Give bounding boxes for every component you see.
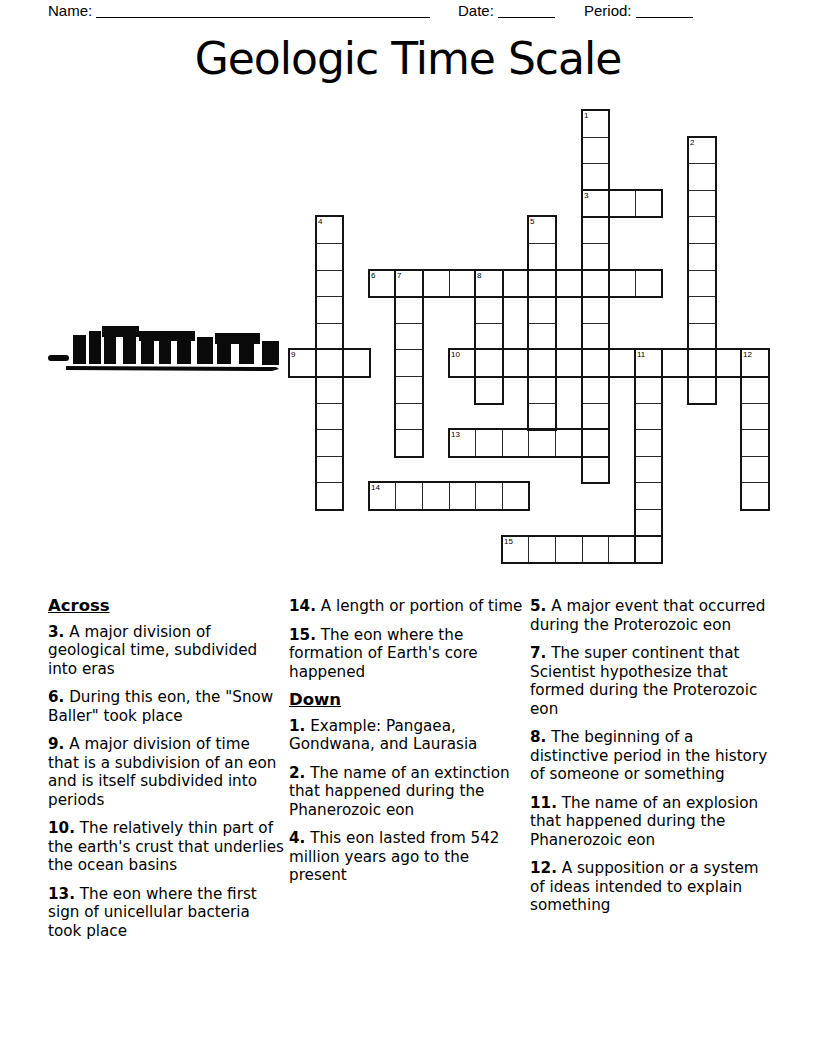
grid-cell[interactable] [582, 536, 609, 563]
grid-cell[interactable] [635, 456, 662, 483]
grid-cell[interactable] [582, 296, 609, 324]
grid-cell[interactable] [316, 349, 343, 377]
clue-across-6: 6. During this eon, the "Snow Baller" to… [48, 688, 285, 725]
grid-cell[interactable] [316, 376, 343, 404]
grid-cell[interactable] [741, 403, 769, 430]
grid-cell[interactable] [502, 349, 529, 377]
grid-cell[interactable] [555, 429, 583, 457]
grid-cell[interactable] [582, 456, 609, 483]
grid-cell[interactable] [475, 296, 503, 324]
grid-cell[interactable] [395, 270, 423, 297]
grid-cell[interactable] [316, 323, 343, 350]
grid-cell[interactable] [582, 216, 609, 244]
name-label: Name: [48, 2, 92, 19]
grid-cell[interactable] [316, 296, 343, 324]
clue-down-11: 11. The name of an explosion that happen… [530, 794, 773, 850]
period-blank[interactable] [636, 3, 693, 18]
clue-down-5: 5. A major event that occurred during th… [530, 597, 773, 634]
grid-cell[interactable] [688, 137, 716, 164]
grid-cell[interactable] [582, 190, 609, 217]
grid-cell[interactable] [715, 349, 742, 377]
grid-cell[interactable] [688, 270, 716, 297]
period-field: Period: [584, 2, 693, 19]
period-label: Period: [584, 2, 632, 19]
page-title: Geologic Time Scale [0, 33, 816, 84]
grid-cell[interactable] [528, 376, 556, 404]
clue-across-3: 3. A major division of geological time, … [48, 623, 285, 679]
grid-cell[interactable] [555, 270, 583, 297]
clue-down-12: 12. A supposition or a system of ideas i… [530, 859, 773, 915]
grid-cell[interactable] [289, 349, 317, 377]
grid-cell[interactable] [528, 323, 556, 350]
grid-cell[interactable] [395, 296, 423, 324]
grid-cell[interactable] [582, 376, 609, 404]
grid-cell[interactable] [528, 296, 556, 324]
grid-cell[interactable] [661, 349, 689, 377]
grid-cell[interactable] [369, 270, 396, 297]
grid-cell[interactable] [688, 376, 716, 404]
grid-cell[interactable] [475, 429, 503, 457]
grid-cell[interactable] [316, 243, 343, 271]
worksheet-page: { "game": "crossword", "title": "Geologi… [0, 0, 816, 1056]
grid-cell[interactable] [395, 376, 423, 404]
across-heading: Across [48, 597, 285, 616]
grid-cell[interactable] [741, 482, 769, 510]
clue-down-7: 7. The super continent that Scientist hy… [530, 644, 773, 718]
grid-cell[interactable] [316, 216, 343, 244]
grid-cell[interactable] [475, 270, 503, 297]
crossword-grid: 123456789101112131415 [289, 110, 770, 565]
grid-cell[interactable] [608, 190, 636, 217]
grid-cell[interactable] [422, 482, 450, 510]
grid-cell[interactable] [608, 349, 636, 377]
grid-cell[interactable] [688, 296, 716, 324]
clue-down-4: 4. This eon lasted from 542 million year… [289, 829, 523, 885]
grid-cell[interactable] [528, 429, 556, 457]
grid-cell[interactable] [316, 403, 343, 430]
grid-cell[interactable] [316, 429, 343, 457]
grid-cell[interactable] [342, 349, 370, 377]
grid-cell[interactable] [688, 216, 716, 244]
grid-cell[interactable] [475, 349, 503, 377]
grid-cell[interactable] [635, 376, 662, 404]
grid-cell[interactable] [528, 270, 556, 297]
grid-cell[interactable] [635, 349, 662, 377]
grid-cell[interactable] [528, 403, 556, 430]
grid-cell[interactable] [475, 376, 503, 404]
grid-cell[interactable] [688, 323, 716, 350]
grid-cell[interactable] [635, 403, 662, 430]
grid-cell[interactable] [528, 243, 556, 271]
grid-cell[interactable] [395, 403, 423, 430]
clue-column-left: Across3. A major division of geological … [48, 597, 285, 950]
grid-cell[interactable] [449, 349, 476, 377]
grid-cell[interactable] [555, 536, 583, 563]
grid-cell[interactable] [688, 349, 716, 377]
grid-cell[interactable] [608, 270, 636, 297]
grid-cell[interactable] [582, 323, 609, 350]
clue-across-10: 10. The relatively thin part of the eart… [48, 819, 285, 875]
grid-cell[interactable] [741, 456, 769, 483]
grid-cell[interactable] [582, 429, 609, 457]
grid-cell[interactable] [582, 403, 609, 430]
name-blank[interactable] [96, 3, 430, 18]
grid-cell[interactable] [635, 536, 662, 563]
grid-cell[interactable] [475, 323, 503, 350]
grid-cell[interactable] [608, 536, 636, 563]
grid-cell[interactable] [395, 323, 423, 350]
grid-cell[interactable] [449, 482, 476, 510]
grid-cell[interactable] [741, 376, 769, 404]
grid-cell[interactable] [688, 190, 716, 217]
name-field: Name: [48, 2, 430, 19]
grid-cell[interactable] [582, 110, 609, 138]
grid-cell[interactable] [395, 349, 423, 377]
date-blank[interactable] [498, 3, 555, 18]
grid-cell[interactable] [395, 482, 423, 510]
stonehenge-image [48, 324, 281, 372]
clue-across-14: 14. A length or portion of time [289, 597, 523, 616]
grid-cell[interactable] [502, 482, 529, 510]
grid-cell[interactable] [582, 137, 609, 164]
grid-cell[interactable] [688, 243, 716, 271]
clue-across-13: 13. The eon where the first sign of unic… [48, 885, 285, 941]
grid-cell[interactable] [688, 163, 716, 191]
date-field: Date: [458, 2, 555, 19]
clue-column-middle: 14. A length or portion of time15. The e… [289, 597, 523, 895]
clue-across-15: 15. The eon where the formation of Earth… [289, 626, 523, 682]
clue-down-2: 2. The name of an extinction that happen… [289, 764, 523, 820]
grid-cell[interactable] [502, 536, 529, 563]
grid-cell[interactable] [635, 509, 662, 537]
grid-cell[interactable] [528, 216, 556, 244]
clue-across-9: 9. A major division of time that is a su… [48, 735, 285, 809]
clue-down-8: 8. The beginning of a distinctive period… [530, 728, 773, 784]
grid-cell[interactable] [475, 482, 503, 510]
grid-cell[interactable] [635, 270, 662, 297]
grid-cell[interactable] [582, 270, 609, 297]
grid-cell[interactable] [502, 429, 529, 457]
grid-cell[interactable] [582, 243, 609, 271]
grid-cell[interactable] [422, 270, 450, 297]
clue-column-right: 5. A major event that occurred during th… [530, 597, 773, 925]
grid-cell[interactable] [395, 429, 423, 457]
grid-cell[interactable] [635, 482, 662, 510]
grid-cell[interactable] [528, 349, 556, 377]
grid-cell[interactable] [449, 429, 476, 457]
grid-cell[interactable] [502, 270, 529, 297]
grid-cell[interactable] [449, 270, 476, 297]
clue-down-1: 1. Example: Pangaea, Gondwana, and Laura… [289, 717, 523, 754]
grid-cell[interactable] [528, 536, 556, 563]
down-heading: Down [289, 691, 523, 710]
grid-cell[interactable] [741, 349, 769, 377]
grid-cell[interactable] [582, 163, 609, 191]
grid-cell[interactable] [316, 482, 343, 510]
grid-cell[interactable] [316, 456, 343, 483]
grid-cell[interactable] [555, 349, 583, 377]
grid-cell[interactable] [369, 482, 396, 510]
date-label: Date: [458, 2, 494, 19]
grid-cell[interactable] [635, 190, 662, 217]
grid-cell[interactable] [316, 270, 343, 297]
grid-cell[interactable] [635, 429, 662, 457]
grid-cell[interactable] [582, 349, 609, 377]
grid-cell[interactable] [741, 429, 769, 457]
